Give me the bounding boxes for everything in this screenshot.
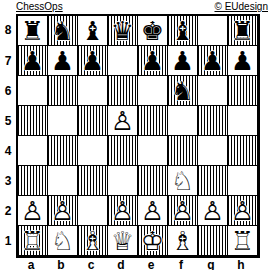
square-b7[interactable]: ♟ (48, 46, 78, 76)
black-bishop-piece: ♝ (78, 16, 107, 45)
square-e4[interactable] (138, 136, 168, 166)
black-pawn-piece: ♟ (198, 46, 227, 75)
square-a2[interactable]: ♟♙ (18, 196, 48, 226)
credit-link[interactable]: © EUdesign (214, 1, 268, 12)
white-pawn-piece: ♟♙ (138, 196, 167, 225)
file-label-e: e (136, 258, 166, 270)
black-pawn-piece: ♟ (228, 46, 257, 75)
rank-label-7: 7 (0, 46, 16, 76)
square-b2[interactable]: ♟♙ (48, 196, 78, 226)
square-a4[interactable] (18, 136, 48, 166)
square-f4[interactable] (168, 136, 198, 166)
rank-label-5: 5 (0, 106, 16, 136)
square-c8[interactable]: ♝ (78, 16, 108, 46)
black-queen-piece: ♛ (108, 16, 137, 45)
square-g4[interactable] (198, 136, 228, 166)
square-c6[interactable] (78, 76, 108, 106)
black-pawn-piece: ♟ (138, 46, 167, 75)
white-pawn-piece: ♟♙ (108, 196, 137, 225)
square-h8[interactable]: ♜ (228, 16, 258, 46)
square-f5[interactable] (168, 106, 198, 136)
square-a1[interactable]: ♜♖ (18, 226, 48, 256)
square-b6[interactable] (48, 76, 78, 106)
square-c5[interactable] (78, 106, 108, 136)
rank-label-2: 2 (0, 196, 16, 226)
square-b4[interactable] (48, 136, 78, 166)
file-labels: abcdefgh (16, 258, 270, 270)
white-rook-piece: ♜♖ (18, 226, 47, 255)
black-knight-piece: ♞ (48, 16, 77, 45)
black-bishop-piece: ♝ (168, 16, 197, 45)
square-d3[interactable] (108, 166, 138, 196)
black-king-piece: ♚ (138, 16, 167, 45)
square-g2[interactable]: ♟♙ (198, 196, 228, 226)
white-pawn-piece: ♟♙ (48, 196, 77, 225)
rank-label-1: 1 (0, 226, 16, 256)
file-label-c: c (76, 258, 106, 270)
white-bishop-piece: ♝♗ (168, 226, 197, 255)
square-a8[interactable]: ♜ (18, 16, 48, 46)
file-label-a: a (16, 258, 46, 270)
white-pawn-piece: ♟♙ (228, 196, 257, 225)
rank-label-3: 3 (0, 166, 16, 196)
white-knight-piece: ♞♘ (48, 226, 77, 255)
square-h6[interactable] (228, 76, 258, 106)
square-b8[interactable]: ♞ (48, 16, 78, 46)
square-b1[interactable]: ♞♘ (48, 226, 78, 256)
black-rook-piece: ♜ (18, 16, 47, 45)
white-queen-piece: ♛♕ (108, 226, 137, 255)
square-d8[interactable]: ♛ (108, 16, 138, 46)
file-label-f: f (166, 258, 196, 270)
square-f3[interactable]: ♞♘ (168, 166, 198, 196)
square-h4[interactable] (228, 136, 258, 166)
black-knight-piece: ♞ (168, 76, 197, 105)
square-e5[interactable] (138, 106, 168, 136)
rank-label-6: 6 (0, 76, 16, 106)
square-d6[interactable] (108, 76, 138, 106)
square-g5[interactable] (198, 106, 228, 136)
file-label-h: h (226, 258, 256, 270)
square-d1[interactable]: ♛♕ (108, 226, 138, 256)
square-h3[interactable] (228, 166, 258, 196)
black-pawn-piece: ♟ (78, 46, 107, 75)
square-a5[interactable] (18, 106, 48, 136)
square-e7[interactable]: ♟ (138, 46, 168, 76)
white-bishop-piece: ♝♗ (78, 226, 107, 255)
square-e1[interactable]: ♚♔ (138, 226, 168, 256)
square-g7[interactable]: ♟ (198, 46, 228, 76)
board: ♜♞♝♛♚♝♜♟♟♟♟♟♟♟♞♟♙♞♘♟♙♟♙♟♙♟♙♟♙♟♙♟♙♜♖♞♘♝♗♛… (16, 14, 260, 258)
white-pawn-piece: ♟♙ (18, 196, 47, 225)
file-label-g: g (196, 258, 226, 270)
white-king-piece: ♚♔ (138, 226, 167, 255)
square-d5[interactable]: ♟♙ (108, 106, 138, 136)
square-c4[interactable] (78, 136, 108, 166)
square-a7[interactable]: ♟ (18, 46, 48, 76)
white-pawn-piece: ♟♙ (198, 196, 227, 225)
square-d4[interactable] (108, 136, 138, 166)
square-h5[interactable] (228, 106, 258, 136)
rank-label-8: 8 (0, 14, 16, 46)
square-a6[interactable] (18, 76, 48, 106)
file-label-b: b (46, 258, 76, 270)
square-c1[interactable]: ♝♗ (78, 226, 108, 256)
app-title-link[interactable]: ChessOps (16, 1, 63, 12)
square-f6[interactable]: ♞ (168, 76, 198, 106)
square-g3[interactable] (198, 166, 228, 196)
file-label-d: d (106, 258, 136, 270)
square-g6[interactable] (198, 76, 228, 106)
square-a3[interactable] (18, 166, 48, 196)
square-f8[interactable]: ♝ (168, 16, 198, 46)
black-pawn-piece: ♟ (18, 46, 47, 75)
square-f1[interactable]: ♝♗ (168, 226, 198, 256)
square-f7[interactable]: ♟ (168, 46, 198, 76)
white-pawn-piece: ♟♙ (108, 106, 137, 135)
square-f2[interactable]: ♟♙ (168, 196, 198, 226)
square-d2[interactable]: ♟♙ (108, 196, 138, 226)
square-g8[interactable] (198, 16, 228, 46)
square-b3[interactable] (48, 166, 78, 196)
rank-labels: 87654321 (0, 14, 16, 258)
square-e6[interactable] (138, 76, 168, 106)
square-g1[interactable] (198, 226, 228, 256)
title-bar: ChessOps © EUdesign (0, 0, 270, 14)
black-pawn-piece: ♟ (48, 46, 77, 75)
square-d7[interactable] (108, 46, 138, 76)
white-knight-piece: ♞♘ (168, 166, 197, 195)
square-h2[interactable]: ♟♙ (228, 196, 258, 226)
square-c3[interactable] (78, 166, 108, 196)
square-e8[interactable]: ♚ (138, 16, 168, 46)
black-pawn-piece: ♟ (168, 46, 197, 75)
rank-label-4: 4 (0, 136, 16, 166)
black-rook-piece: ♜ (228, 16, 257, 45)
square-e3[interactable] (138, 166, 168, 196)
square-h7[interactable]: ♟ (228, 46, 258, 76)
square-e2[interactable]: ♟♙ (138, 196, 168, 226)
square-c7[interactable]: ♟ (78, 46, 108, 76)
square-b5[interactable] (48, 106, 78, 136)
square-h1[interactable]: ♜♖ (228, 226, 258, 256)
square-c2[interactable] (78, 196, 108, 226)
white-pawn-piece: ♟♙ (168, 196, 197, 225)
white-rook-piece: ♜♖ (228, 226, 257, 255)
